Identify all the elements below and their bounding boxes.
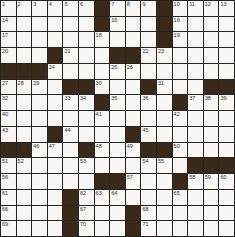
cell-r1c5[interactable]: 5	[63, 1, 78, 16]
block-r2c7	[95, 17, 110, 32]
clue-number-5: 5	[64, 1, 67, 8]
cell-r7c5[interactable]: 33	[63, 95, 78, 110]
clue-number-60: 60	[220, 174, 226, 181]
cell-r5c8[interactable]: 25	[110, 64, 125, 79]
cell-r14c6[interactable]: 67	[79, 206, 94, 221]
cell-r4c10[interactable]: 22	[141, 48, 156, 63]
clue-number-34: 34	[80, 95, 86, 102]
block-r11c14	[204, 158, 219, 173]
cell-r3c2[interactable]	[17, 32, 32, 47]
block-r9c4	[48, 127, 63, 142]
crossword-puzzle: 1234567891011121314151617181920212223242…	[0, 0, 235, 237]
cell-r5c10[interactable]	[141, 64, 156, 79]
cell-r2c5[interactable]	[63, 17, 78, 32]
cell-r15c3[interactable]	[32, 221, 47, 236]
block-r4c9	[126, 48, 141, 63]
block-r10c6	[79, 143, 94, 158]
clue-number-51: 51	[2, 158, 8, 165]
clue-number-59: 59	[205, 174, 211, 181]
cell-r2c2[interactable]	[17, 17, 32, 32]
cell-r13c1[interactable]: 61	[1, 190, 16, 205]
cell-r3c5[interactable]	[63, 32, 78, 47]
clue-number-21: 21	[64, 48, 70, 55]
clue-number-8: 8	[127, 1, 130, 8]
clue-number-43: 43	[2, 127, 8, 134]
clue-number-26: 26	[127, 64, 133, 71]
cell-r2c4[interactable]	[48, 17, 63, 32]
clue-number-50: 50	[174, 143, 180, 150]
cell-r14c7[interactable]	[95, 206, 110, 221]
block-r12c7	[95, 174, 110, 189]
cell-r13c7[interactable]: 63	[95, 190, 110, 205]
cell-r13c4[interactable]	[48, 190, 63, 205]
cell-r7c11[interactable]	[157, 95, 172, 110]
clue-number-9: 9	[142, 1, 145, 8]
cell-r7c3[interactable]	[32, 95, 47, 110]
clue-number-35: 35	[111, 95, 117, 102]
cell-r12c9[interactable]: 57	[126, 174, 141, 189]
cell-r11c6[interactable]: 53	[79, 158, 94, 173]
clue-number-63: 63	[96, 190, 102, 197]
cell-r8c11[interactable]	[157, 111, 172, 126]
block-r12c12	[173, 174, 188, 189]
cell-r12c13[interactable]: 58	[188, 174, 203, 189]
cell-r3c12[interactable]: 19	[173, 32, 188, 47]
clue-number-30: 30	[96, 80, 102, 87]
cell-r11c11[interactable]: 55	[157, 158, 172, 173]
cell-r13c2[interactable]	[17, 190, 32, 205]
cell-r12c11[interactable]	[157, 174, 172, 189]
cell-r10c13[interactable]	[188, 143, 203, 158]
clue-number-16: 16	[174, 17, 180, 24]
cell-r4c5[interactable]: 21	[63, 48, 78, 63]
cell-r3c10[interactable]	[141, 32, 156, 47]
cell-r2c14[interactable]	[204, 17, 219, 32]
cell-r13c8[interactable]: 64	[110, 190, 125, 205]
cell-r6c7[interactable]: 30	[95, 80, 110, 95]
cell-r8c4[interactable]	[48, 111, 63, 126]
clue-number-49: 49	[127, 143, 133, 150]
cell-r5c5[interactable]	[63, 64, 78, 79]
cell-r11c3[interactable]	[32, 158, 47, 173]
cell-r2c15[interactable]	[219, 17, 234, 32]
block-r11c15	[219, 158, 234, 173]
clue-number-65: 65	[174, 190, 180, 197]
block-r10c11	[157, 143, 172, 158]
cell-r12c10[interactable]	[141, 174, 156, 189]
cell-r8c12[interactable]: 42	[173, 111, 188, 126]
cell-r11c5[interactable]	[63, 158, 78, 173]
cell-r1c12[interactable]: 10	[173, 1, 188, 16]
clue-number-62: 62	[80, 190, 86, 197]
cell-r14c3[interactable]	[32, 206, 47, 221]
cell-r2c13[interactable]	[188, 17, 203, 32]
block-r7c7	[95, 95, 110, 110]
cell-r12c4[interactable]	[48, 174, 63, 189]
cell-r9c12[interactable]	[173, 127, 188, 142]
clue-number-45: 45	[142, 127, 148, 134]
block-r5c1	[1, 64, 16, 79]
cell-r9c14[interactable]	[204, 127, 219, 142]
cell-r14c12[interactable]	[173, 206, 188, 221]
cell-r13c12[interactable]: 65	[173, 190, 188, 205]
cell-r12c14[interactable]: 59	[204, 174, 219, 189]
cell-r11c7[interactable]	[95, 158, 110, 173]
clue-number-15: 15	[111, 17, 117, 24]
cell-r6c12[interactable]	[173, 80, 188, 95]
cell-r3c6[interactable]	[79, 32, 94, 47]
cell-r6c3[interactable]: 29	[32, 80, 47, 95]
clue-number-70: 70	[80, 221, 86, 228]
cell-r7c4[interactable]	[48, 95, 63, 110]
block-r9c9	[126, 127, 141, 142]
clue-number-12: 12	[205, 1, 211, 8]
cell-r2c10[interactable]	[141, 17, 156, 32]
clue-number-22: 22	[142, 48, 148, 55]
cell-r13c6[interactable]: 62	[79, 190, 94, 205]
cell-r2c1[interactable]: 14	[1, 17, 16, 32]
cell-r1c9[interactable]: 8	[126, 1, 141, 16]
cell-r5c11[interactable]	[157, 64, 172, 79]
clue-number-13: 13	[220, 1, 226, 8]
cell-r7c14[interactable]: 38	[204, 95, 219, 110]
clue-number-44: 44	[64, 127, 70, 134]
block-r5c3	[32, 64, 47, 79]
block-r12c8	[110, 174, 125, 189]
cell-r15c8[interactable]	[110, 221, 125, 236]
cell-r15c11[interactable]	[157, 221, 172, 236]
cell-r1c6[interactable]: 6	[79, 1, 94, 16]
cell-r11c2[interactable]: 52	[17, 158, 32, 173]
cell-r3c13[interactable]	[188, 32, 203, 47]
clue-number-31: 31	[158, 80, 164, 87]
cell-r1c3[interactable]: 3	[32, 1, 47, 16]
block-r6c15	[219, 80, 234, 95]
cell-r15c10[interactable]: 71	[141, 221, 156, 236]
clue-number-18: 18	[96, 32, 102, 39]
cell-r4c3[interactable]	[32, 48, 47, 63]
cell-r11c9[interactable]	[126, 158, 141, 173]
cell-r5c12[interactable]	[173, 64, 188, 79]
cell-r4c14[interactable]	[204, 48, 219, 63]
clue-number-27: 27	[2, 80, 8, 87]
cell-r4c12[interactable]	[173, 48, 188, 63]
cell-r4c1[interactable]: 20	[1, 48, 16, 63]
clue-number-14: 14	[2, 17, 8, 24]
cell-r11c8[interactable]	[110, 158, 125, 173]
cell-r5c6[interactable]	[79, 64, 94, 79]
cell-r6c4[interactable]	[48, 80, 63, 95]
cell-r10c9[interactable]: 49	[126, 143, 141, 158]
cell-r5c15[interactable]	[219, 64, 234, 79]
cell-r1c1[interactable]: 1	[1, 1, 16, 16]
cell-r8c2[interactable]	[17, 111, 32, 126]
cell-r10c3[interactable]: 46	[32, 143, 47, 158]
block-r4c8	[110, 48, 125, 63]
cell-r3c15[interactable]	[219, 32, 234, 47]
clue-number-19: 19	[174, 32, 180, 39]
cell-r10c4[interactable]: 47	[48, 143, 63, 158]
clue-number-23: 23	[158, 48, 164, 55]
clue-number-24: 24	[49, 64, 55, 71]
cell-r14c15[interactable]	[219, 206, 234, 221]
cell-r7c2[interactable]	[17, 95, 32, 110]
cell-r6c2[interactable]: 28	[17, 80, 32, 95]
clue-number-20: 20	[2, 48, 8, 55]
cell-r4c15[interactable]	[219, 48, 234, 63]
cell-r6c11[interactable]: 31	[157, 80, 172, 95]
clue-number-29: 29	[33, 80, 39, 87]
clue-number-61: 61	[2, 190, 8, 197]
cell-r13c15[interactable]	[219, 190, 234, 205]
block-r1c11	[157, 1, 172, 16]
block-r10c10	[141, 143, 156, 158]
cell-r10c14[interactable]	[204, 143, 219, 158]
cell-r15c13[interactable]	[188, 221, 203, 236]
cell-r12c5[interactable]	[63, 174, 78, 189]
clue-number-55: 55	[158, 158, 164, 165]
cell-r7c1[interactable]: 32	[1, 95, 16, 110]
cell-r9c11[interactable]	[157, 127, 172, 142]
cell-r8c10[interactable]	[141, 111, 156, 126]
clue-number-33: 33	[64, 95, 70, 102]
clue-number-32: 32	[2, 95, 8, 102]
cell-r9c8[interactable]	[110, 127, 125, 142]
block-r7c12	[173, 95, 188, 110]
cell-r13c3[interactable]	[32, 190, 47, 205]
block-r2c11	[157, 17, 172, 32]
clue-number-46: 46	[33, 143, 39, 150]
clue-number-36: 36	[142, 95, 148, 102]
cell-r3c4[interactable]	[48, 32, 63, 47]
clue-number-57: 57	[127, 174, 133, 181]
cell-r10c5[interactable]	[63, 143, 78, 158]
clue-number-64: 64	[111, 190, 117, 197]
cell-r15c14[interactable]	[204, 221, 219, 236]
cell-r11c1[interactable]: 51	[1, 158, 16, 173]
cell-r11c4[interactable]	[48, 158, 63, 173]
cell-r1c2[interactable]: 2	[17, 1, 32, 16]
clue-number-40: 40	[2, 111, 8, 118]
cell-r7c6[interactable]: 34	[79, 95, 94, 110]
cell-r14c2[interactable]	[17, 206, 32, 221]
block-r10c1	[1, 143, 16, 158]
cell-r6c1[interactable]: 27	[1, 80, 16, 95]
cell-r7c13[interactable]: 37	[188, 95, 203, 110]
cell-r3c3[interactable]	[32, 32, 47, 47]
clue-number-3: 3	[33, 1, 36, 8]
cell-r9c15[interactable]	[219, 127, 234, 142]
cell-r4c11[interactable]: 23	[157, 48, 172, 63]
cell-r15c12[interactable]	[173, 221, 188, 236]
cell-r8c5[interactable]	[63, 111, 78, 126]
block-r1c7	[95, 1, 110, 16]
cell-r5c4[interactable]: 24	[48, 64, 63, 79]
clue-number-47: 47	[49, 143, 55, 150]
clue-number-66: 66	[2, 206, 8, 213]
cell-r11c12[interactable]	[173, 158, 188, 173]
clue-number-52: 52	[18, 158, 24, 165]
cell-r2c6[interactable]	[79, 17, 94, 32]
cell-r13c10[interactable]	[141, 190, 156, 205]
block-r6c6	[79, 80, 94, 95]
cell-r8c15[interactable]	[219, 111, 234, 126]
cell-r7c15[interactable]: 39	[219, 95, 234, 110]
cell-r10c8[interactable]	[110, 143, 125, 158]
clue-number-1: 1	[2, 1, 5, 8]
clue-number-56: 56	[2, 174, 8, 181]
cell-r12c3[interactable]	[32, 174, 47, 189]
cell-r15c4[interactable]	[48, 221, 63, 236]
clue-number-17: 17	[2, 32, 8, 39]
block-r11c13	[188, 158, 203, 173]
clue-number-4: 4	[49, 1, 52, 8]
cell-r14c14[interactable]	[204, 206, 219, 221]
cell-r9c3[interactable]	[32, 127, 47, 142]
cell-r5c13[interactable]	[188, 64, 203, 79]
clue-number-41: 41	[96, 111, 102, 118]
clue-number-7: 7	[111, 1, 114, 8]
cell-r6c8[interactable]	[110, 80, 125, 95]
cell-r9c13[interactable]	[188, 127, 203, 142]
cell-r6c9[interactable]	[126, 80, 141, 95]
cell-r14c1[interactable]: 66	[1, 206, 16, 221]
crossword-grid: 1234567891011121314151617181920212223242…	[0, 0, 235, 237]
cell-r14c10[interactable]: 68	[141, 206, 156, 221]
cell-r8c9[interactable]	[126, 111, 141, 126]
block-r6c10	[141, 80, 156, 95]
cell-r4c6[interactable]	[79, 48, 94, 63]
cell-r2c3[interactable]	[32, 17, 47, 32]
block-r3c11	[157, 32, 172, 47]
cell-r9c7[interactable]	[95, 127, 110, 142]
clue-number-38: 38	[205, 95, 211, 102]
clue-number-37: 37	[189, 95, 195, 102]
cell-r7c9[interactable]	[126, 95, 141, 110]
cell-r8c3[interactable]	[32, 111, 47, 126]
cell-r8c7[interactable]: 41	[95, 111, 110, 126]
cell-r9c6[interactable]	[79, 127, 94, 142]
cell-r8c13[interactable]	[188, 111, 203, 126]
clue-number-6: 6	[80, 1, 83, 8]
cell-r12c6[interactable]	[79, 174, 94, 189]
clue-number-68: 68	[142, 206, 148, 213]
block-r5c2	[17, 64, 32, 79]
cell-r8c1[interactable]: 40	[1, 111, 16, 126]
clue-number-11: 11	[189, 1, 195, 8]
cell-r14c13[interactable]	[188, 206, 203, 221]
cell-r4c13[interactable]	[188, 48, 203, 63]
cell-r15c1[interactable]: 69	[1, 221, 16, 236]
cell-r3c1[interactable]: 17	[1, 32, 16, 47]
clue-number-2: 2	[18, 1, 21, 8]
cell-r1c15[interactable]: 13	[219, 1, 234, 16]
block-r4c4	[48, 48, 63, 63]
cell-r13c14[interactable]	[204, 190, 219, 205]
block-r6c14	[204, 80, 219, 95]
cell-r14c8[interactable]	[110, 206, 125, 221]
cell-r7c10[interactable]: 36	[141, 95, 156, 110]
cell-r1c10[interactable]: 9	[141, 1, 156, 16]
block-r15c5	[63, 221, 78, 236]
cell-r3c14[interactable]	[204, 32, 219, 47]
cell-r11c10[interactable]: 54	[141, 158, 156, 173]
cell-r5c9[interactable]: 26	[126, 64, 141, 79]
cell-r5c14[interactable]	[204, 64, 219, 79]
block-r14c9	[126, 206, 141, 221]
block-r10c2	[17, 143, 32, 158]
clue-number-48: 48	[96, 143, 102, 150]
cell-r12c2[interactable]	[17, 174, 32, 189]
cell-r13c13[interactable]	[188, 190, 203, 205]
cell-r10c15[interactable]	[219, 143, 234, 158]
cell-r15c6[interactable]: 70	[79, 221, 94, 236]
clue-number-53: 53	[80, 158, 86, 165]
cell-r13c11[interactable]	[157, 190, 172, 205]
cell-r2c9[interactable]	[126, 17, 141, 32]
cell-r6c13[interactable]	[188, 80, 203, 95]
cell-r2c8[interactable]: 15	[110, 17, 125, 32]
cell-r9c5[interactable]: 44	[63, 127, 78, 142]
cell-r14c4[interactable]	[48, 206, 63, 221]
cell-r9c1[interactable]: 43	[1, 127, 16, 142]
block-r15c9	[126, 221, 141, 236]
clue-number-54: 54	[142, 158, 148, 165]
cell-r1c8[interactable]: 7	[110, 1, 125, 16]
clue-number-39: 39	[220, 95, 226, 102]
cell-r1c4[interactable]: 4	[48, 1, 63, 16]
cell-r4c7[interactable]	[95, 48, 110, 63]
cell-r3c9[interactable]	[126, 32, 141, 47]
cell-r12c15[interactable]: 60	[219, 174, 234, 189]
block-r6c5	[63, 80, 78, 95]
block-r14c5	[63, 206, 78, 221]
cell-r13c9[interactable]	[126, 190, 141, 205]
cell-r3c7[interactable]: 18	[95, 32, 110, 47]
cell-r8c14[interactable]	[204, 111, 219, 126]
cell-r3c8[interactable]	[110, 32, 125, 47]
cell-r10c7[interactable]: 48	[95, 143, 110, 158]
clue-number-71: 71	[142, 221, 148, 228]
cell-r7c8[interactable]: 35	[110, 95, 125, 110]
clue-number-10: 10	[174, 1, 180, 8]
cell-r1c14[interactable]: 12	[204, 1, 219, 16]
clue-number-28: 28	[18, 80, 24, 87]
block-r13c5	[63, 190, 78, 205]
clue-number-67: 67	[80, 206, 86, 213]
clue-number-69: 69	[2, 221, 8, 228]
cell-r5c7[interactable]	[95, 64, 110, 79]
cell-r8c6[interactable]	[79, 111, 94, 126]
cell-r8c8[interactable]	[110, 111, 125, 126]
cell-r14c11[interactable]	[157, 206, 172, 221]
cell-r10c12[interactable]: 50	[173, 143, 188, 158]
clue-number-42: 42	[174, 111, 180, 118]
cell-r1c13[interactable]: 11	[188, 1, 203, 16]
clue-number-58: 58	[189, 174, 195, 181]
cell-r9c10[interactable]: 45	[141, 127, 156, 142]
cell-r2c12[interactable]: 16	[173, 17, 188, 32]
cell-r15c15[interactable]	[219, 221, 234, 236]
cell-r15c7[interactable]	[95, 221, 110, 236]
cell-r12c1[interactable]: 56	[1, 174, 16, 189]
cell-r9c2[interactable]	[17, 127, 32, 142]
cell-r15c2[interactable]	[17, 221, 32, 236]
cell-r4c2[interactable]	[17, 48, 32, 63]
clue-number-25: 25	[111, 64, 117, 71]
